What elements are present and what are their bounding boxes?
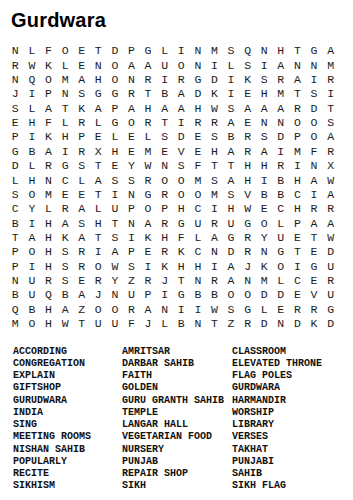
grid-cell: K [40,58,57,72]
grid-cell: E [289,230,306,244]
grid-cell: R [322,202,339,216]
grid-cell: O [190,187,207,201]
grid-cell: Y [123,159,140,173]
word-list-item: LANGAR HALL [122,419,232,431]
grid-cell: G [57,159,74,173]
grid-cell: M [140,144,157,158]
grid-cell: T [90,230,107,244]
grid-cell: H [90,73,107,87]
word-list-item: VEGETARIAN FOOD [122,431,232,443]
grid-cell: K [40,130,57,144]
grid-cell: G [239,216,256,230]
word-list-item: ELEVATED THRONE [232,358,350,370]
grid-cell: O [107,58,124,72]
grid-cell: S [7,101,24,115]
grid-cell: O [173,173,190,187]
grid-cell: S [223,44,240,58]
grid-cell: J [156,274,173,288]
grid-cell: A [306,216,323,230]
grid-cell: O [273,259,290,273]
grid-cell: H [40,302,57,316]
grid-cell: I [156,73,173,87]
grid-cell: I [206,58,223,72]
grid-cell: H [273,44,290,58]
grid-cell: H [24,116,41,130]
grid-cell: B [206,288,223,302]
grid-cell: S [57,245,74,259]
word-list-item: POPULARLY [13,456,122,468]
grid-cell: G [173,216,190,230]
grid-cell: S [223,101,240,115]
grid-cell: A [239,101,256,115]
grid-cell: L [273,216,290,230]
grid-cell: L [24,44,41,58]
grid-cell: L [24,159,41,173]
grid-cell: U [123,288,140,302]
grid-cell: A [223,259,240,273]
grid-cell: O [156,173,173,187]
grid-cell: I [107,187,124,201]
grid-cell: E [7,116,24,130]
grid-cell: L [7,173,24,187]
grid-cell: V [173,144,190,158]
grid-cell: A [156,101,173,115]
grid-cell: A [223,274,240,288]
grid-cell: T [206,317,223,331]
grid-cell: I [306,187,323,201]
grid-cell: I [289,159,306,173]
grid-cell: O [306,130,323,144]
word-list-item: ACCORDING [13,346,122,358]
grid-cell: R [123,302,140,316]
grid-cell: R [156,216,173,230]
grid-cell: A [40,144,57,158]
word-list: ACCORDINGCONGREGATIONEXPLAINGIFTSHOPGURU… [0,346,353,492]
grid-cell: O [140,202,157,216]
grid-cell: O [24,317,41,331]
grid-cell: B [190,288,207,302]
word-list-item: TEMPLE [122,407,232,419]
grid-cell: F [190,159,207,173]
grid-cell: O [90,302,107,316]
grid-cell: Q [24,73,41,87]
grid-cell: H [57,130,74,144]
grid-cell: R [140,173,157,187]
grid-cell: N [7,274,24,288]
grid-cell: P [123,44,140,58]
grid-cell: R [322,274,339,288]
grid-cell: S [107,230,124,244]
word-list-item: GOLDEN [122,382,232,394]
grid-cell: N [40,173,57,187]
grid-cell: K [156,259,173,273]
grid-cell: T [107,216,124,230]
grid-cell: N [190,58,207,72]
grid-cell: L [223,58,240,72]
grid-cell: G [239,302,256,316]
grid-cell: J [239,259,256,273]
grid-cell: P [289,130,306,144]
grid-cell: L [73,173,90,187]
grid-cell: P [73,130,90,144]
grid-cell: B [7,216,24,230]
grid-cell: F [123,317,140,331]
grid-cell: W [322,230,339,244]
grid-cell: S [223,187,240,201]
word-list-item: INDIA [13,407,122,419]
word-list-column: CLASSROOMELEVATED THRONEFLAG POLESGURDWA… [232,346,350,492]
grid-cell: D [256,288,273,302]
grid-cell: W [239,202,256,216]
grid-cell: L [90,202,107,216]
grid-cell: I [24,259,41,273]
grid-cell: E [289,288,306,302]
page-title: Gurdwara [0,0,353,32]
grid-cell: R [239,245,256,259]
grid-cell: C [7,202,24,216]
grid-cell: I [156,288,173,302]
grid-cell: H [190,101,207,115]
grid-cell: F [306,144,323,158]
grid-cell: N [123,73,140,87]
grid-cell: Z [123,274,140,288]
grid-cell: D [322,245,339,259]
grid-cell: E [239,116,256,130]
word-search-grid: NLFOETDPGLINMSQNHTGARWKLENOAAUONILSIANNM… [7,44,339,331]
grid-cell: E [239,87,256,101]
grid-cell: L [140,130,157,144]
grid-cell: E [73,44,90,58]
grid-cell: H [40,230,57,244]
grid-cell: M [273,87,290,101]
grid-cell: A [223,173,240,187]
grid-cell: O [107,302,124,316]
grid-cell: T [73,317,90,331]
grid-cell: S [156,130,173,144]
grid-cell: B [273,187,290,201]
grid-cell: U [156,58,173,72]
grid-cell: M [289,144,306,158]
grid-cell: A [273,58,290,72]
grid-cell: N [256,116,273,130]
grid-cell: S [7,187,24,201]
grid-cell: I [273,144,290,158]
grid-cell: H [173,202,190,216]
grid-cell: I [190,302,207,316]
grid-cell: R [239,144,256,158]
grid-cell: U [322,288,339,302]
grid-cell: N [57,87,74,101]
grid-cell: R [306,202,323,216]
grid-cell: M [7,317,24,331]
word-list-item: GURDWARA [232,382,350,394]
grid-cell: N [123,187,140,201]
grid-cell: D [256,317,273,331]
grid-cell: G [90,87,107,101]
grid-cell: A [322,187,339,201]
grid-cell: T [90,159,107,173]
grid-cell: W [322,173,339,187]
grid-cell: G [322,302,339,316]
grid-cell: A [173,87,190,101]
grid-cell: M [256,274,273,288]
grid-cell: S [223,302,240,316]
grid-cell: R [239,230,256,244]
grid-cell: N [7,44,24,58]
grid-cell: H [256,87,273,101]
grid-cell: D [107,44,124,58]
grid-cell: R [239,130,256,144]
grid-cell: G [140,187,157,201]
grid-cell: E [73,58,90,72]
grid-cell: B [156,87,173,101]
grid-cell: R [140,116,157,130]
grid-cell: M [206,44,223,58]
grid-cell: I [223,73,240,87]
grid-cell: T [173,274,190,288]
grid-cell: R [173,73,190,87]
grid-cell: H [156,230,173,244]
grid-cell: N [239,274,256,288]
grid-cell: H [173,259,190,273]
word-list-item: PUNJAB [122,456,232,468]
grid-cell: E [73,274,90,288]
grid-cell: L [57,116,74,130]
grid-cell: I [306,73,323,87]
word-list-item: VERSES [232,431,350,443]
grid-cell: T [90,44,107,58]
grid-cell: N [289,58,306,72]
grid-cell: H [24,173,41,187]
grid-cell: D [273,288,290,302]
grid-cell: F [40,116,57,130]
grid-cell: A [40,101,57,115]
grid-cell: J [140,317,157,331]
grid-cell: Y [256,230,273,244]
grid-cell: D [322,317,339,331]
grid-cell: G [273,245,290,259]
grid-cell: H [206,144,223,158]
grid-cell: N [7,73,24,87]
grid-cell: L [107,130,124,144]
grid-cell: E [107,159,124,173]
grid-cell: R [322,144,339,158]
word-list-item: LIBRARY [232,419,350,431]
grid-cell: P [156,202,173,216]
grid-cell: L [273,274,290,288]
grid-cell: O [57,44,74,58]
grid-cell: I [57,144,74,158]
grid-cell: A [107,245,124,259]
grid-cell: O [173,187,190,201]
grid-cell: E [123,130,140,144]
grid-cell: W [107,259,124,273]
grid-cell: E [90,130,107,144]
grid-cell: A [223,144,240,158]
grid-cell: T [206,159,223,173]
grid-cell: G [306,259,323,273]
grid-cell: S [73,87,90,101]
grid-cell: R [57,202,74,216]
grid-cell: A [90,101,107,115]
grid-cell: Q [7,302,24,316]
grid-cell: D [7,159,24,173]
grid-cell: L [156,44,173,58]
grid-cell: T [140,87,157,101]
word-list-item: CLASSROOM [232,346,350,358]
grid-cell: I [140,259,157,273]
grid-cell: D [273,130,290,144]
grid-cell: T [289,245,306,259]
grid-cell: S [239,58,256,72]
grid-cell: I [206,202,223,216]
grid-cell: H [223,202,240,216]
grid-cell: A [289,73,306,87]
grid-cell: K [206,87,223,101]
grid-cell: Y [24,202,41,216]
grid-cell: C [273,202,290,216]
grid-cell: A [73,288,90,302]
grid-cell: M [190,173,207,187]
grid-cell: C [289,274,306,288]
grid-cell: I [24,87,41,101]
grid-cell: I [322,87,339,101]
grid-cell: B [24,144,41,158]
grid-cell: U [322,259,339,273]
grid-cell: A [173,101,190,115]
grid-cell: O [90,259,107,273]
grid-cell: K [140,230,157,244]
grid-cell: T [90,187,107,201]
grid-cell: G [107,116,124,130]
grid-cell: P [7,259,24,273]
grid-cell: S [123,173,140,187]
word-list-item: NURSERY [122,444,232,456]
grid-cell: A [73,73,90,87]
word-list-item: SIKHISM [13,480,122,492]
grid-cell: R [289,101,306,115]
grid-cell: U [273,230,290,244]
word-list-item: FAITH [122,370,232,382]
grid-cell: T [306,230,323,244]
grid-cell: N [190,274,207,288]
word-list-item: WORSHIP [232,407,350,419]
grid-cell: K [73,101,90,115]
grid-cell: B [173,317,190,331]
grid-cell: G [107,87,124,101]
grid-cell: E [190,144,207,158]
grid-cell: I [90,245,107,259]
grid-cell: R [40,274,57,288]
word-list-item: MEETING ROOMS [13,431,122,443]
grid-cell: E [306,274,323,288]
grid-cell: W [24,58,41,72]
grid-cell: H [140,101,157,115]
grid-cell: S [107,173,124,187]
grid-cell: Q [40,288,57,302]
word-list-item: TAKHAT [232,444,350,456]
grid-cell: E [306,245,323,259]
grid-cell: N [273,116,290,130]
grid-cell: S [206,173,223,187]
grid-cell: H [239,173,256,187]
grid-cell: R [206,116,223,130]
grid-cell: J [7,87,24,101]
grid-cell: S [57,259,74,273]
grid-cell: I [206,259,223,273]
grid-cell: O [306,116,323,130]
grid-cell: A [273,101,290,115]
grid-cell: H [289,202,306,216]
grid-cell: I [289,259,306,273]
grid-cell: R [140,274,157,288]
grid-cell: P [7,245,24,259]
grid-cell: C [57,173,74,187]
grid-cell: N [190,44,207,58]
grid-cell: R [206,274,223,288]
grid-cell: B [57,288,74,302]
grid-cell: E [123,144,140,158]
grid-cell: R [90,274,107,288]
word-list-item: GURUDWARA [13,395,122,407]
grid-cell: I [173,302,190,316]
grid-cell: W [206,101,223,115]
grid-cell: U [223,216,240,230]
grid-cell: H [40,259,57,273]
grid-cell: G [7,144,24,158]
grid-cell: R [73,259,90,273]
grid-cell: S [206,130,223,144]
grid-cell: A [322,130,339,144]
grid-cell: X [90,144,107,158]
grid-cell: R [40,159,57,173]
grid-cell: J [90,288,107,302]
grid-cell: T [289,87,306,101]
word-list-item: DARBAR SAHIB [122,358,232,370]
grid-cell: O [173,58,190,72]
grid-cell: L [57,58,74,72]
grid-cell: G [190,73,207,87]
word-list-item: REPAIR SHOP [122,468,232,480]
grid-cell: A [123,101,140,115]
grid-cell: T [322,101,339,115]
grid-cell: N [156,159,173,173]
grid-cell: M [57,73,74,87]
grid-cell: D [190,87,207,101]
grid-cell: E [156,144,173,158]
grid-cell: W [206,302,223,316]
grid-cell: S [173,159,190,173]
grid-cell: M [206,187,223,201]
grid-cell: O [40,73,57,87]
grid-cell: A [57,302,74,316]
grid-cell: N [306,58,323,72]
grid-cell: U [190,216,207,230]
grid-cell: O [107,73,124,87]
grid-cell: G [140,44,157,58]
grid-cell: L [40,202,57,216]
grid-cell: Z [73,302,90,316]
grid-cell: N [107,288,124,302]
grid-cell: S [57,274,74,288]
grid-cell: D [173,130,190,144]
grid-cell: A [206,230,223,244]
grid-cell: H [40,317,57,331]
grid-cell: W [140,159,157,173]
grid-cell: M [322,58,339,72]
grid-cell: H [40,245,57,259]
grid-cell: C [289,187,306,201]
